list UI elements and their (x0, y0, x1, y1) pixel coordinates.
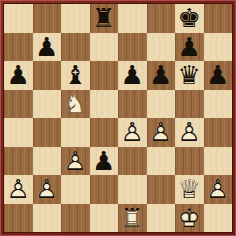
white-pawn: ♟♙ (175, 118, 204, 147)
black-rook-glyph: ♜ (90, 4, 119, 33)
square-b4[interactable] (33, 118, 62, 147)
square-c6[interactable]: ♝ (61, 61, 90, 90)
square-g5[interactable] (175, 90, 204, 119)
square-d1[interactable] (90, 204, 119, 233)
square-c8[interactable] (61, 4, 90, 33)
white-rook: ♜♖ (118, 204, 147, 233)
square-e1[interactable]: ♜♖ (118, 204, 147, 233)
square-d7[interactable] (90, 33, 119, 62)
white-pawn-outline: ♙ (4, 175, 33, 204)
square-a6[interactable]: ♟ (4, 61, 33, 90)
black-bishop: ♝ (61, 61, 90, 90)
square-e2[interactable] (118, 175, 147, 204)
black-pawn-glyph: ♟ (118, 61, 147, 90)
square-f6[interactable]: ♟ (147, 61, 176, 90)
white-queen-outline: ♕ (175, 175, 204, 204)
black-pawn-glyph: ♟ (147, 61, 176, 90)
white-pawn-outline: ♙ (175, 118, 204, 147)
black-bishop-glyph: ♝ (61, 61, 90, 90)
square-h7[interactable] (204, 33, 233, 62)
square-h8[interactable] (204, 4, 233, 33)
square-b7[interactable]: ♟ (33, 33, 62, 62)
square-b8[interactable] (33, 4, 62, 33)
black-queen-glyph: ♛ (175, 61, 204, 90)
square-e8[interactable] (118, 4, 147, 33)
black-pawn-glyph: ♟ (4, 61, 33, 90)
square-g2[interactable]: ♛♕ (175, 175, 204, 204)
square-d3[interactable]: ♟ (90, 147, 119, 176)
square-e5[interactable] (118, 90, 147, 119)
square-h1[interactable] (204, 204, 233, 233)
board-frame: ♜♚♟♟♟♝♟♟♛♟♞♘♟♙♟♙♟♙♟♙♟♟♙♟♙♛♕♟♙♜♖♚♔ (0, 0, 236, 236)
square-g8[interactable]: ♚ (175, 4, 204, 33)
black-pawn-glyph: ♟ (175, 33, 204, 62)
white-knight: ♞♘ (61, 90, 90, 119)
black-queen: ♛ (175, 61, 204, 90)
square-f2[interactable] (147, 175, 176, 204)
black-rook: ♜ (90, 4, 119, 33)
white-rook-outline: ♖ (118, 204, 147, 233)
square-g1[interactable]: ♚♔ (175, 204, 204, 233)
square-c5[interactable]: ♞♘ (61, 90, 90, 119)
white-pawn-outline: ♙ (118, 118, 147, 147)
square-d2[interactable] (90, 175, 119, 204)
white-king-outline: ♔ (175, 204, 204, 233)
white-pawn: ♟♙ (61, 147, 90, 176)
square-d8[interactable]: ♜ (90, 4, 119, 33)
square-a7[interactable] (4, 33, 33, 62)
black-pawn: ♟ (175, 33, 204, 62)
square-c7[interactable] (61, 33, 90, 62)
square-b5[interactable] (33, 90, 62, 119)
square-c4[interactable] (61, 118, 90, 147)
square-a8[interactable] (4, 4, 33, 33)
square-b2[interactable]: ♟♙ (33, 175, 62, 204)
square-f8[interactable] (147, 4, 176, 33)
square-c3[interactable]: ♟♙ (61, 147, 90, 176)
square-f1[interactable] (147, 204, 176, 233)
white-pawn: ♟♙ (118, 118, 147, 147)
square-e4[interactable]: ♟♙ (118, 118, 147, 147)
square-c1[interactable] (61, 204, 90, 233)
square-h6[interactable]: ♟ (204, 61, 233, 90)
square-b6[interactable] (33, 61, 62, 90)
square-g3[interactable] (175, 147, 204, 176)
black-pawn-glyph: ♟ (33, 33, 62, 62)
black-pawn: ♟ (204, 61, 233, 90)
black-pawn: ♟ (33, 33, 62, 62)
square-a5[interactable] (4, 90, 33, 119)
black-pawn: ♟ (90, 147, 119, 176)
white-pawn: ♟♙ (33, 175, 62, 204)
white-pawn-outline: ♙ (147, 118, 176, 147)
square-h5[interactable] (204, 90, 233, 119)
black-pawn: ♟ (118, 61, 147, 90)
black-pawn: ♟ (4, 61, 33, 90)
square-d5[interactable] (90, 90, 119, 119)
square-e7[interactable] (118, 33, 147, 62)
square-h4[interactable] (204, 118, 233, 147)
black-pawn-glyph: ♟ (204, 61, 233, 90)
white-king: ♚♔ (175, 204, 204, 233)
square-b3[interactable] (33, 147, 62, 176)
square-f5[interactable] (147, 90, 176, 119)
black-king: ♚ (175, 4, 204, 33)
square-g7[interactable]: ♟ (175, 33, 204, 62)
square-e6[interactable]: ♟ (118, 61, 147, 90)
square-c2[interactable] (61, 175, 90, 204)
square-b1[interactable] (33, 204, 62, 233)
white-queen: ♛♕ (175, 175, 204, 204)
square-f4[interactable]: ♟♙ (147, 118, 176, 147)
square-g6[interactable]: ♛ (175, 61, 204, 90)
white-pawn-outline: ♙ (204, 175, 233, 204)
square-h3[interactable] (204, 147, 233, 176)
white-pawn: ♟♙ (204, 175, 233, 204)
white-pawn-outline: ♙ (61, 147, 90, 176)
white-pawn: ♟♙ (4, 175, 33, 204)
square-a1[interactable] (4, 204, 33, 233)
square-h2[interactable]: ♟♙ (204, 175, 233, 204)
white-knight-outline: ♘ (61, 90, 90, 119)
square-a2[interactable]: ♟♙ (4, 175, 33, 204)
square-a4[interactable] (4, 118, 33, 147)
white-pawn-outline: ♙ (33, 175, 62, 204)
chess-board: ♜♚♟♟♟♝♟♟♛♟♞♘♟♙♟♙♟♙♟♙♟♟♙♟♙♛♕♟♙♜♖♚♔ (4, 4, 232, 232)
square-d6[interactable] (90, 61, 119, 90)
square-f3[interactable] (147, 147, 176, 176)
square-e3[interactable] (118, 147, 147, 176)
white-pawn: ♟♙ (147, 118, 176, 147)
black-pawn-glyph: ♟ (90, 147, 119, 176)
square-a3[interactable] (4, 147, 33, 176)
square-g4[interactable]: ♟♙ (175, 118, 204, 147)
black-pawn: ♟ (147, 61, 176, 90)
square-d4[interactable] (90, 118, 119, 147)
black-king-glyph: ♚ (175, 4, 204, 33)
square-f7[interactable] (147, 33, 176, 62)
